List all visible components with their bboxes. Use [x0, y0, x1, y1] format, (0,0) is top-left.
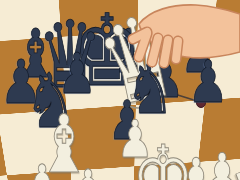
finger-ring [164, 40, 168, 63]
finger-pinky [176, 41, 178, 59]
hand [0, 0, 240, 180]
chess-illustration: ♝♛♚♝♟♟♞♞♟♟♟♟♛♝♟♟♟♚♟♟♞ [0, 0, 240, 180]
